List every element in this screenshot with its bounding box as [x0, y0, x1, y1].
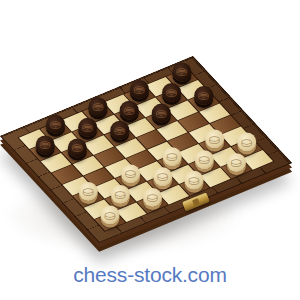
dark-piece[interactable]: ⛂ [46, 115, 65, 134]
light-piece[interactable]: ⛀ [237, 133, 256, 152]
dark-piece[interactable]: ⛂ [120, 100, 139, 119]
light-piece[interactable]: ⛀ [153, 168, 172, 187]
light-piece[interactable]: ⛀ [185, 171, 204, 190]
watermark-text: chess-stock.com [0, 263, 300, 287]
light-piece[interactable]: ⛀ [79, 182, 98, 201]
light-piece[interactable]: ⛀ [121, 165, 140, 184]
light-piece[interactable]: ⛀ [111, 185, 130, 204]
dark-piece[interactable]: ⛂ [152, 103, 171, 122]
dark-piece[interactable]: ⛂ [36, 135, 55, 154]
dark-piece[interactable]: ⛂ [110, 121, 129, 140]
light-piece[interactable]: ⛀ [101, 206, 120, 225]
scene: ⛂⛂⛂⛂⛂⛂⛂⛂⛂⛂⛂⛂⛀⛀⛀⛀⛀⛀⛀⛀⛀⛀⛀⛀ chess-stock.com [0, 0, 300, 300]
dark-piece[interactable]: ⛂ [172, 62, 191, 81]
dark-piece[interactable]: ⛂ [194, 86, 213, 105]
light-piece[interactable]: ⛀ [206, 130, 225, 149]
dark-piece[interactable]: ⛂ [78, 118, 97, 137]
light-piece[interactable]: ⛀ [195, 150, 214, 169]
light-piece[interactable]: ⛀ [227, 153, 246, 172]
dark-piece[interactable]: ⛂ [162, 83, 181, 102]
dark-piece[interactable]: ⛂ [130, 80, 149, 99]
dark-piece[interactable]: ⛂ [67, 138, 86, 157]
light-piece[interactable]: ⛀ [143, 188, 162, 207]
dark-piece[interactable]: ⛂ [88, 97, 107, 116]
light-piece[interactable]: ⛀ [163, 147, 182, 166]
